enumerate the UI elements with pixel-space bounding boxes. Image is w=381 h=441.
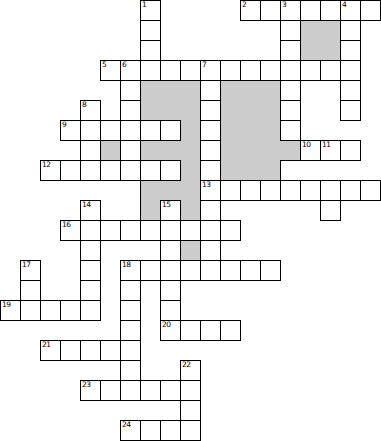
letter-cell[interactable]: 24 <box>120 420 141 441</box>
letter-cell[interactable]: 21 <box>40 340 61 361</box>
blocked-cell <box>220 140 241 161</box>
letter-cell[interactable] <box>280 120 301 141</box>
letter-cell[interactable]: 7 <box>200 60 221 81</box>
blocked-cell <box>160 80 181 101</box>
letter-cell[interactable]: 23 <box>80 380 101 401</box>
blocked-cell <box>180 100 201 121</box>
clue-number: 23 <box>82 381 91 389</box>
letter-cell[interactable] <box>180 220 201 241</box>
blocked-cell <box>260 100 281 121</box>
letter-cell[interactable] <box>340 100 361 121</box>
letter-cell[interactable] <box>180 60 201 81</box>
letter-cell[interactable] <box>200 220 221 241</box>
letter-cell[interactable] <box>180 420 201 441</box>
clue-number: 20 <box>162 321 171 329</box>
letter-cell[interactable] <box>160 220 181 241</box>
blocked-cell <box>180 80 201 101</box>
letter-cell[interactable] <box>100 380 121 401</box>
clue-number: 24 <box>122 421 131 429</box>
letter-cell[interactable] <box>200 200 221 221</box>
crossword-board: 123456789101112131415161718192021222324 <box>0 0 381 441</box>
blocked-cell <box>180 200 201 221</box>
blocked-cell <box>220 100 241 121</box>
letter-cell[interactable] <box>200 80 221 101</box>
clue-number: 17 <box>22 261 31 269</box>
letter-cell[interactable] <box>160 160 181 181</box>
clue-number: 3 <box>282 1 286 9</box>
letter-cell[interactable] <box>180 320 201 341</box>
letter-cell[interactable] <box>20 280 41 301</box>
letter-cell[interactable] <box>140 40 161 61</box>
blocked-cell <box>180 160 201 181</box>
letter-cell[interactable] <box>140 160 161 181</box>
letter-cell[interactable] <box>60 300 81 321</box>
letter-cell[interactable] <box>200 320 221 341</box>
letter-cell[interactable]: 4 <box>340 0 361 21</box>
letter-cell[interactable] <box>120 360 141 381</box>
letter-cell[interactable] <box>120 380 141 401</box>
letter-cell[interactable] <box>200 240 221 261</box>
letter-cell[interactable]: 20 <box>160 320 181 341</box>
letter-cell[interactable] <box>320 180 341 201</box>
letter-cell[interactable] <box>320 60 341 81</box>
letter-cell[interactable] <box>80 280 101 301</box>
letter-cell[interactable] <box>160 380 181 401</box>
letter-cell[interactable] <box>140 120 161 141</box>
letter-cell[interactable] <box>160 60 181 81</box>
letter-cell[interactable] <box>140 260 161 281</box>
letter-cell[interactable] <box>220 180 241 201</box>
letter-cell[interactable]: 14 <box>80 200 101 221</box>
letter-cell[interactable] <box>120 280 141 301</box>
letter-cell[interactable] <box>300 0 321 21</box>
letter-cell[interactable] <box>140 60 161 81</box>
letter-cell[interactable] <box>300 180 321 201</box>
clue-number: 9 <box>62 121 66 129</box>
letter-cell[interactable] <box>180 260 201 281</box>
clue-number: 19 <box>2 301 11 309</box>
letter-cell[interactable] <box>160 120 181 141</box>
clue-number: 12 <box>42 161 51 169</box>
clue-number: 7 <box>202 61 206 69</box>
blocked-cell <box>320 40 341 61</box>
letter-cell[interactable] <box>280 80 301 101</box>
letter-cell[interactable] <box>260 0 281 21</box>
blocked-cell <box>160 100 181 121</box>
blocked-cell <box>260 160 281 181</box>
clue-number: 10 <box>302 141 311 149</box>
blocked-cell <box>220 80 241 101</box>
letter-cell[interactable] <box>120 80 141 101</box>
letter-cell[interactable] <box>140 380 161 401</box>
letter-cell[interactable] <box>120 120 141 141</box>
letter-cell[interactable] <box>120 220 141 241</box>
clue-number: 18 <box>122 261 131 269</box>
letter-cell[interactable] <box>260 260 281 281</box>
letter-cell[interactable]: 9 <box>60 120 81 141</box>
letter-cell[interactable] <box>40 300 61 321</box>
letter-cell[interactable] <box>320 0 341 21</box>
letter-cell[interactable] <box>140 220 161 241</box>
blocked-cell <box>140 80 161 101</box>
letter-cell[interactable] <box>100 120 121 141</box>
clue-number: 8 <box>82 101 86 109</box>
letter-cell[interactable] <box>20 300 41 321</box>
clue-number: 21 <box>42 341 51 349</box>
letter-cell[interactable] <box>160 260 181 281</box>
letter-cell[interactable]: 17 <box>20 260 41 281</box>
letter-cell[interactable] <box>340 180 361 201</box>
blocked-cell <box>140 200 161 221</box>
letter-cell[interactable] <box>280 100 301 121</box>
letter-cell[interactable]: 2 <box>240 0 261 21</box>
blocked-cell <box>240 80 261 101</box>
letter-cell[interactable]: 13 <box>200 180 221 201</box>
letter-cell[interactable] <box>240 180 261 201</box>
letter-cell[interactable] <box>80 160 101 181</box>
letter-cell[interactable] <box>120 320 141 341</box>
blocked-cell <box>240 140 261 161</box>
letter-cell[interactable] <box>120 340 141 361</box>
letter-cell[interactable] <box>340 140 361 161</box>
blocked-cell <box>260 120 281 141</box>
letter-cell[interactable]: 8 <box>80 100 101 121</box>
letter-cell[interactable] <box>120 160 141 181</box>
clue-number: 6 <box>122 61 126 69</box>
blocked-cell <box>100 140 121 161</box>
letter-cell[interactable]: 6 <box>120 60 141 81</box>
letter-cell[interactable] <box>300 60 321 81</box>
clue-number: 1 <box>142 1 146 9</box>
letter-cell[interactable] <box>160 420 181 441</box>
letter-cell[interactable] <box>280 60 301 81</box>
blocked-cell <box>180 240 201 261</box>
letter-cell[interactable] <box>240 260 261 281</box>
letter-cell[interactable] <box>340 60 361 81</box>
letter-cell[interactable]: 11 <box>320 140 341 161</box>
letter-cell[interactable] <box>100 160 121 181</box>
letter-cell[interactable] <box>220 320 241 341</box>
letter-cell[interactable] <box>80 340 101 361</box>
clue-number: 4 <box>342 1 346 9</box>
letter-cell[interactable] <box>340 20 361 41</box>
letter-cell[interactable]: 15 <box>160 200 181 221</box>
blocked-cell <box>160 140 181 161</box>
blocked-cell <box>220 160 241 181</box>
letter-cell[interactable] <box>280 40 301 61</box>
clue-number: 14 <box>82 201 91 209</box>
letter-cell[interactable] <box>240 60 261 81</box>
letter-cell[interactable] <box>140 420 161 441</box>
letter-cell[interactable]: 22 <box>180 360 201 381</box>
letter-cell[interactable] <box>120 300 141 321</box>
letter-cell[interactable]: 18 <box>120 260 141 281</box>
letter-cell[interactable] <box>80 220 101 241</box>
letter-cell[interactable] <box>120 100 141 121</box>
letter-cell[interactable] <box>160 280 181 301</box>
letter-cell[interactable] <box>100 340 121 361</box>
blocked-cell <box>240 120 261 141</box>
blocked-cell <box>320 20 341 41</box>
clue-number: 16 <box>62 221 71 229</box>
blocked-cell <box>300 40 321 61</box>
letter-cell[interactable] <box>100 220 121 241</box>
blocked-cell <box>260 140 281 161</box>
blocked-cell <box>300 20 321 41</box>
letter-cell[interactable] <box>280 180 301 201</box>
blocked-cell <box>260 80 281 101</box>
letter-cell[interactable] <box>80 140 101 161</box>
letter-cell[interactable] <box>220 60 241 81</box>
blocked-cell <box>180 140 201 161</box>
letter-cell[interactable] <box>140 20 161 41</box>
letter-cell[interactable] <box>180 400 201 421</box>
blocked-cell <box>160 180 181 201</box>
clue-number: 22 <box>182 361 191 369</box>
letter-cell[interactable] <box>60 160 81 181</box>
letter-cell[interactable] <box>200 260 221 281</box>
letter-cell[interactable]: 16 <box>60 220 81 241</box>
letter-cell[interactable] <box>160 240 181 261</box>
blocked-cell <box>280 140 301 161</box>
blocked-cell <box>220 120 241 141</box>
letter-cell[interactable] <box>80 300 101 321</box>
letter-cell[interactable] <box>280 20 301 41</box>
letter-cell[interactable] <box>80 240 101 261</box>
blocked-cell <box>240 160 261 181</box>
letter-cell[interactable]: 19 <box>0 300 21 321</box>
letter-cell[interactable] <box>340 80 361 101</box>
letter-cell[interactable] <box>360 180 381 201</box>
crossword-puzzle: 123456789101112131415161718192021222324 <box>0 0 381 441</box>
blocked-cell <box>140 100 161 121</box>
blocked-cell <box>140 140 161 161</box>
blocked-cell <box>180 120 201 141</box>
letter-cell[interactable] <box>200 120 221 141</box>
letter-cell[interactable] <box>360 0 381 21</box>
clue-number: 15 <box>162 201 171 209</box>
letter-cell[interactable] <box>80 260 101 281</box>
letter-cell[interactable] <box>160 300 181 321</box>
letter-cell[interactable] <box>60 340 81 361</box>
letter-cell[interactable]: 12 <box>40 160 61 181</box>
blocked-cell <box>240 100 261 121</box>
clue-number: 11 <box>322 141 331 149</box>
letter-cell[interactable] <box>200 140 221 161</box>
blocked-cell <box>140 180 161 201</box>
letter-cell[interactable] <box>180 380 201 401</box>
clue-number: 5 <box>102 61 106 69</box>
letter-cell[interactable] <box>260 180 281 201</box>
letter-cell[interactable]: 5 <box>100 60 121 81</box>
letter-cell[interactable]: 10 <box>300 140 321 161</box>
letter-cell[interactable]: 3 <box>280 0 301 21</box>
clue-number: 13 <box>202 181 211 189</box>
letter-cell[interactable] <box>200 100 221 121</box>
letter-cell[interactable] <box>220 260 241 281</box>
letter-cell[interactable] <box>80 120 101 141</box>
clue-number: 2 <box>242 1 246 9</box>
letter-cell[interactable]: 1 <box>140 0 161 21</box>
letter-cell[interactable] <box>220 220 241 241</box>
letter-cell[interactable] <box>340 40 361 61</box>
letter-cell[interactable] <box>320 200 341 221</box>
blocked-cell <box>180 180 201 201</box>
letter-cell[interactable] <box>120 140 141 161</box>
letter-cell[interactable] <box>200 160 221 181</box>
letter-cell[interactable] <box>260 60 281 81</box>
